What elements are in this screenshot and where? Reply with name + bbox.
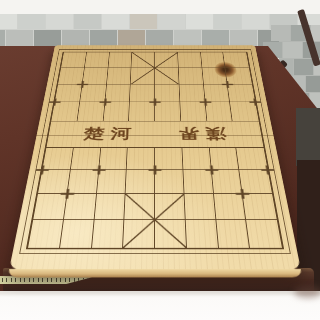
grid-cell — [92, 220, 125, 248]
grid-cell — [155, 170, 184, 194]
tile — [46, 14, 73, 29]
tile — [18, 14, 45, 29]
tile — [186, 14, 213, 29]
grid-cell — [178, 68, 203, 85]
grid-cell — [209, 148, 239, 170]
grid-cell — [108, 52, 132, 68]
grid-cell — [205, 102, 233, 121]
grid-cell — [179, 85, 205, 103]
grid-cell — [126, 170, 155, 194]
grid-cell — [155, 102, 181, 121]
grid-cell — [243, 194, 277, 220]
grid-cell — [185, 220, 218, 248]
playing-field: 楚河 漢界 — [26, 52, 284, 250]
grid-cell — [236, 148, 267, 170]
tile — [74, 14, 101, 29]
grid-cell — [38, 170, 71, 194]
grid-cell — [77, 102, 105, 121]
grid-cell — [64, 194, 97, 220]
tile — [242, 14, 269, 29]
grid-bottom-half — [28, 148, 282, 248]
tile — [283, 42, 302, 58]
grid: 楚河 漢界 — [28, 52, 282, 247]
grid-cell — [60, 220, 94, 248]
grid-cell — [239, 170, 272, 194]
grid-cell — [180, 102, 207, 121]
grid-cell — [201, 52, 226, 68]
grid-cell — [28, 220, 64, 248]
grid-cell — [155, 194, 185, 220]
grid-cell — [182, 148, 211, 170]
grid-cell — [155, 148, 183, 170]
scene: 楚河 漢界 — [0, 0, 320, 320]
xiangqi-board: 楚河 漢界 — [9, 45, 301, 270]
grid-cell — [246, 220, 282, 248]
tile — [130, 14, 157, 29]
grid-top-half — [51, 52, 258, 121]
grid-cell — [123, 220, 155, 248]
grid-cell — [99, 148, 128, 170]
grid-cell — [202, 68, 228, 85]
grid-cell — [125, 194, 155, 220]
grid-cell — [216, 220, 250, 248]
grid-cell — [96, 170, 126, 194]
grid-cell — [214, 194, 247, 220]
grid-cell — [51, 102, 80, 121]
tile — [0, 30, 5, 47]
grid-cell — [184, 194, 216, 220]
grid-cell — [178, 52, 202, 68]
grid-cell — [85, 52, 110, 68]
grid-cell — [42, 148, 73, 170]
grid-cell — [223, 52, 249, 68]
tile — [0, 14, 17, 29]
grid-cell — [71, 148, 101, 170]
grid-cell — [80, 85, 107, 103]
grid-cell — [67, 170, 98, 194]
tile — [271, 25, 290, 41]
grid-cell — [155, 220, 187, 248]
grid-cell — [211, 170, 242, 194]
grid-cell — [61, 52, 87, 68]
tile — [294, 59, 313, 75]
grid-cell — [129, 102, 155, 121]
grid-cell — [55, 85, 82, 103]
grid-cell — [82, 68, 108, 85]
floor — [0, 291, 320, 320]
grid-cell — [155, 52, 178, 68]
grid-cell — [183, 170, 213, 194]
grid-cell — [230, 102, 259, 121]
river-text-left: 楚河 — [83, 126, 137, 140]
grid-cell — [132, 52, 155, 68]
grid-cell — [33, 194, 67, 220]
label-text-marks — [2, 278, 88, 282]
grid-cell — [94, 194, 126, 220]
tile — [102, 14, 129, 29]
grid-cell — [225, 68, 252, 85]
tile — [214, 14, 241, 29]
tile — [6, 30, 33, 47]
grid-cell — [103, 102, 130, 121]
grid-cell — [228, 85, 255, 103]
under-table-shadow — [296, 108, 320, 166]
grid-cell — [107, 68, 132, 85]
tile — [158, 14, 185, 29]
tile — [306, 76, 320, 92]
grid-cell — [58, 68, 85, 85]
grid-cell — [105, 85, 131, 103]
grid-cell — [155, 85, 180, 103]
grid-cell — [155, 68, 179, 85]
grid-cell — [130, 85, 155, 103]
grid-cell — [203, 85, 230, 103]
grid-cell — [131, 68, 155, 85]
floor-shadow — [294, 286, 320, 298]
river-text-right: 漢界 — [173, 126, 227, 140]
river: 楚河 漢界 — [46, 121, 263, 148]
grid-cell — [127, 148, 155, 170]
